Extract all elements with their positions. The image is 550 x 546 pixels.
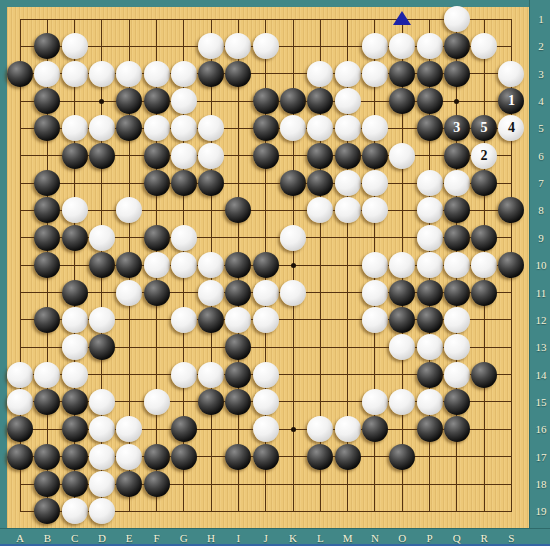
white-stone	[116, 444, 142, 470]
black-stone	[417, 307, 443, 333]
white-stone	[253, 416, 279, 442]
white-stone	[89, 389, 115, 415]
white-stone	[389, 389, 415, 415]
white-stone	[362, 252, 388, 278]
black-stone	[144, 225, 170, 251]
black-stone	[62, 389, 88, 415]
row-label: 19	[536, 505, 547, 517]
black-stone	[198, 170, 224, 196]
white-stone	[417, 225, 443, 251]
white-stone	[171, 143, 197, 169]
black-stone	[253, 88, 279, 114]
black-stone	[171, 416, 197, 442]
black-stone	[307, 88, 333, 114]
white-stone	[498, 61, 524, 87]
black-stone	[7, 416, 33, 442]
black-stone	[116, 471, 142, 497]
black-stone	[34, 498, 60, 524]
star-point	[291, 427, 296, 432]
black-stone	[198, 61, 224, 87]
black-stone	[198, 389, 224, 415]
black-stone	[444, 33, 470, 59]
white-stone	[7, 389, 33, 415]
black-stone	[253, 444, 279, 470]
white-stone	[171, 225, 197, 251]
white-stone	[198, 115, 224, 141]
white-stone	[253, 389, 279, 415]
move-number: 5	[481, 121, 488, 135]
row-label: 7	[538, 177, 544, 189]
row-label: 1	[538, 13, 544, 25]
black-stone	[225, 280, 251, 306]
white-stone	[116, 416, 142, 442]
white-stone	[335, 88, 361, 114]
black-stone: 1	[498, 88, 524, 114]
black-stone	[444, 197, 470, 223]
black-stone	[389, 280, 415, 306]
black-stone	[389, 307, 415, 333]
black-stone	[307, 170, 333, 196]
black-stone	[444, 389, 470, 415]
black-stone: 5	[471, 115, 497, 141]
white-stone	[89, 498, 115, 524]
white-stone	[389, 143, 415, 169]
column-label: D	[98, 532, 106, 544]
black-stone	[471, 170, 497, 196]
black-stone	[444, 416, 470, 442]
white-stone	[116, 197, 142, 223]
black-stone	[34, 225, 60, 251]
white-stone	[280, 225, 306, 251]
black-stone	[89, 334, 115, 360]
white-stone	[335, 416, 361, 442]
black-stone	[144, 444, 170, 470]
white-stone	[171, 252, 197, 278]
white-stone	[144, 389, 170, 415]
black-stone	[225, 197, 251, 223]
star-point	[291, 263, 296, 268]
row-labels: 12345678910111213141516171819	[529, 0, 550, 546]
white-stone	[171, 362, 197, 388]
white-stone	[417, 33, 443, 59]
move-number: 1	[508, 94, 515, 108]
column-label: N	[371, 532, 379, 544]
frame-top-strip	[0, 0, 550, 7]
white-stone	[444, 362, 470, 388]
black-stone	[225, 444, 251, 470]
white-stone	[471, 252, 497, 278]
black-stone	[7, 61, 33, 87]
row-label: 9	[538, 232, 544, 244]
go-diagram-window: 13542 12345678910111213141516171819 ABCD…	[0, 0, 550, 546]
black-stone	[34, 33, 60, 59]
column-label: H	[207, 532, 215, 544]
white-stone	[225, 33, 251, 59]
black-stone	[34, 471, 60, 497]
white-stone	[7, 362, 33, 388]
white-stone	[307, 197, 333, 223]
triangle-marker	[393, 11, 411, 25]
row-label: 12	[536, 314, 547, 326]
white-stone: 2	[471, 143, 497, 169]
black-stone	[417, 61, 443, 87]
white-stone	[417, 170, 443, 196]
black-stone	[335, 444, 361, 470]
white-stone	[307, 416, 333, 442]
black-stone	[498, 252, 524, 278]
black-stone	[225, 389, 251, 415]
white-stone	[198, 143, 224, 169]
black-stone	[417, 115, 443, 141]
white-stone	[280, 280, 306, 306]
white-stone	[171, 115, 197, 141]
white-stone	[444, 170, 470, 196]
white-stone	[389, 252, 415, 278]
black-stone	[280, 88, 306, 114]
black-stone	[253, 143, 279, 169]
white-stone	[89, 115, 115, 141]
black-stone	[225, 61, 251, 87]
black-stone	[498, 197, 524, 223]
row-label: 4	[538, 95, 544, 107]
white-stone	[444, 252, 470, 278]
white-stone	[198, 33, 224, 59]
white-stone	[144, 115, 170, 141]
row-label: 14	[536, 369, 547, 381]
black-stone	[335, 143, 361, 169]
white-stone	[62, 498, 88, 524]
white-stone	[62, 307, 88, 333]
white-stone	[62, 115, 88, 141]
black-stone	[144, 170, 170, 196]
column-label: F	[153, 532, 159, 544]
goban-frame: 13542 12345678910111213141516171819 ABCD…	[0, 0, 550, 546]
black-stone	[417, 88, 443, 114]
white-stone	[362, 33, 388, 59]
row-label: 11	[536, 287, 547, 299]
white-stone	[444, 334, 470, 360]
star-point	[99, 99, 104, 104]
row-label: 5	[538, 122, 544, 134]
black-stone	[34, 252, 60, 278]
black-stone	[471, 280, 497, 306]
row-label: 18	[536, 478, 547, 490]
black-stone	[34, 389, 60, 415]
white-stone	[253, 307, 279, 333]
column-label: B	[44, 532, 51, 544]
white-stone	[444, 307, 470, 333]
black-stone	[444, 143, 470, 169]
white-stone	[89, 471, 115, 497]
white-stone	[116, 280, 142, 306]
black-stone	[116, 88, 142, 114]
column-label: C	[71, 532, 78, 544]
column-label: L	[317, 532, 324, 544]
white-stone	[171, 88, 197, 114]
black-stone	[225, 334, 251, 360]
column-label: M	[343, 532, 353, 544]
black-stone	[444, 225, 470, 251]
row-label: 2	[538, 40, 544, 52]
black-stone	[62, 416, 88, 442]
black-stone	[34, 197, 60, 223]
white-stone	[171, 61, 197, 87]
white-stone	[225, 307, 251, 333]
white-stone	[144, 61, 170, 87]
black-stone	[144, 471, 170, 497]
black-stone	[144, 143, 170, 169]
row-label: 13	[536, 341, 547, 353]
black-stone	[116, 115, 142, 141]
move-number: 4	[508, 121, 515, 135]
black-stone	[225, 252, 251, 278]
star-point	[454, 99, 459, 104]
white-stone	[362, 307, 388, 333]
white-stone	[198, 362, 224, 388]
black-stone	[116, 252, 142, 278]
column-label: E	[126, 532, 133, 544]
black-stone	[471, 362, 497, 388]
row-label: 10	[536, 259, 547, 271]
row-label: 6	[538, 150, 544, 162]
column-label: K	[289, 532, 297, 544]
black-stone	[389, 88, 415, 114]
black-stone	[89, 143, 115, 169]
black-stone	[471, 225, 497, 251]
black-stone	[362, 416, 388, 442]
white-stone	[335, 115, 361, 141]
white-stone	[389, 334, 415, 360]
row-label: 8	[538, 204, 544, 216]
black-stone	[34, 170, 60, 196]
white-stone	[171, 307, 197, 333]
white-stone	[362, 280, 388, 306]
white-stone	[307, 61, 333, 87]
white-stone	[362, 197, 388, 223]
white-stone	[307, 115, 333, 141]
black-stone	[280, 170, 306, 196]
black-stone	[444, 280, 470, 306]
column-label: A	[16, 532, 24, 544]
white-stone	[89, 225, 115, 251]
white-stone	[198, 252, 224, 278]
white-stone	[362, 115, 388, 141]
black-stone	[7, 444, 33, 470]
row-label: 15	[536, 396, 547, 408]
white-stone	[198, 280, 224, 306]
white-stone	[34, 61, 60, 87]
white-stone	[62, 33, 88, 59]
white-stone: 4	[498, 115, 524, 141]
black-stone	[62, 444, 88, 470]
black-stone	[89, 252, 115, 278]
black-stone	[362, 143, 388, 169]
white-stone	[62, 197, 88, 223]
black-stone	[62, 471, 88, 497]
column-label: S	[508, 532, 514, 544]
row-label: 16	[536, 423, 547, 435]
white-stone	[62, 362, 88, 388]
white-stone	[89, 416, 115, 442]
black-stone	[34, 88, 60, 114]
black-stone	[253, 252, 279, 278]
row-label: 3	[538, 68, 544, 80]
frame-left-strip	[0, 0, 7, 546]
black-stone	[34, 307, 60, 333]
column-label: Q	[453, 532, 461, 544]
black-stone	[307, 143, 333, 169]
black-stone	[253, 115, 279, 141]
white-stone	[89, 307, 115, 333]
white-stone	[116, 61, 142, 87]
white-stone	[362, 170, 388, 196]
column-label: G	[180, 532, 188, 544]
black-stone	[198, 307, 224, 333]
white-stone	[280, 115, 306, 141]
white-stone	[362, 389, 388, 415]
black-stone	[171, 170, 197, 196]
white-stone	[471, 33, 497, 59]
white-stone	[417, 197, 443, 223]
black-stone	[62, 143, 88, 169]
white-stone	[144, 252, 170, 278]
white-stone	[417, 389, 443, 415]
white-stone	[253, 33, 279, 59]
column-label: O	[398, 532, 406, 544]
black-stone	[444, 61, 470, 87]
black-stone: 3	[444, 115, 470, 141]
white-stone	[444, 6, 470, 32]
white-stone	[335, 170, 361, 196]
white-stone	[417, 252, 443, 278]
move-number: 2	[481, 149, 488, 163]
white-stone	[335, 197, 361, 223]
black-stone	[225, 362, 251, 388]
black-stone	[62, 225, 88, 251]
column-label: R	[480, 532, 487, 544]
white-stone	[62, 334, 88, 360]
white-stone	[389, 33, 415, 59]
black-stone	[307, 444, 333, 470]
white-stone	[417, 334, 443, 360]
black-stone	[417, 362, 443, 388]
white-stone	[253, 362, 279, 388]
white-stone	[89, 444, 115, 470]
white-stone	[253, 280, 279, 306]
column-label: P	[426, 532, 432, 544]
move-number: 3	[453, 121, 460, 135]
black-stone	[144, 280, 170, 306]
white-stone	[62, 61, 88, 87]
black-stone	[417, 416, 443, 442]
row-label: 17	[536, 451, 547, 463]
black-stone	[417, 280, 443, 306]
black-stone	[389, 444, 415, 470]
black-stone	[34, 444, 60, 470]
black-stone	[389, 61, 415, 87]
black-stone	[62, 280, 88, 306]
white-stone	[34, 362, 60, 388]
black-stone	[144, 88, 170, 114]
white-stone	[362, 61, 388, 87]
goban[interactable]: 13542	[7, 7, 529, 528]
white-stone	[89, 61, 115, 87]
column-label: J	[264, 532, 268, 544]
black-stone	[34, 115, 60, 141]
white-stone	[335, 61, 361, 87]
black-stone	[171, 444, 197, 470]
column-label: I	[237, 532, 241, 544]
